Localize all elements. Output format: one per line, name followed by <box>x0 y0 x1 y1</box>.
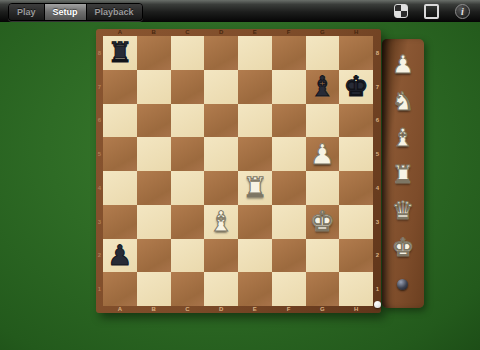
black-pawn[interactable]: ♟ <box>107 239 132 272</box>
white-king[interactable]: ♚ <box>310 205 335 238</box>
square-g2[interactable] <box>306 239 340 273</box>
coordinate-label: D <box>204 306 238 313</box>
square-h3[interactable] <box>339 205 373 239</box>
tray-black-pawn[interactable] <box>397 279 408 290</box>
square-h6[interactable] <box>339 104 373 138</box>
coordinate-label: A <box>103 29 137 36</box>
file-labels-bottom: ABCDEFGH <box>103 306 373 313</box>
square-c8[interactable] <box>171 36 205 70</box>
coordinate-label: 6 <box>96 104 103 138</box>
file-labels-top: ABCDEFGH <box>103 29 373 36</box>
square-d7[interactable] <box>204 70 238 104</box>
square-b8[interactable] <box>137 36 171 70</box>
toolbar-icons: i <box>394 0 470 22</box>
square-f2[interactable] <box>272 239 306 273</box>
square-b5[interactable] <box>137 137 171 171</box>
rank-labels-right: 87654321 <box>374 36 381 306</box>
coordinate-label: 2 <box>96 239 103 273</box>
coordinate-label: C <box>171 306 205 313</box>
square-f3[interactable] <box>272 205 306 239</box>
coordinate-label: 6 <box>374 104 381 138</box>
square-e6[interactable] <box>238 104 272 138</box>
tray-white-knight[interactable]: ♞ <box>382 84 424 120</box>
square-a2[interactable]: ♟ <box>103 239 137 273</box>
square-icon[interactable] <box>424 4 439 19</box>
white-pawn[interactable]: ♟ <box>310 138 335 171</box>
coordinate-label: 8 <box>374 36 381 70</box>
black-rook[interactable]: ♜ <box>107 36 132 69</box>
coordinate-label: 2 <box>374 239 381 273</box>
coordinate-label: B <box>137 29 171 36</box>
white-bishop[interactable]: ♝ <box>209 205 234 238</box>
coordinate-label: 5 <box>374 137 381 171</box>
coordinate-label: B <box>137 306 171 313</box>
rank-labels-left: 87654321 <box>96 36 103 306</box>
square-d2[interactable] <box>204 239 238 273</box>
square-c7[interactable] <box>171 70 205 104</box>
tray-white-queen[interactable]: ♛ <box>382 193 424 229</box>
square-f8[interactable] <box>272 36 306 70</box>
square-c4[interactable] <box>171 171 205 205</box>
coordinate-label: 7 <box>96 70 103 104</box>
coordinate-label: 3 <box>374 205 381 239</box>
square-c6[interactable] <box>171 104 205 138</box>
tray-white-rook[interactable]: ♜ <box>382 157 424 193</box>
square-b7[interactable] <box>137 70 171 104</box>
square-h8[interactable] <box>339 36 373 70</box>
board-grid: ♜♝♚♟♜♝♚♟ <box>103 36 373 306</box>
square-f5[interactable] <box>272 137 306 171</box>
square-c1[interactable] <box>171 272 205 306</box>
coordinate-label: H <box>339 306 373 313</box>
square-a5[interactable] <box>103 137 137 171</box>
square-c2[interactable] <box>171 239 205 273</box>
coordinate-label: 4 <box>374 171 381 205</box>
square-g1[interactable] <box>306 272 340 306</box>
tray-white-bishop[interactable]: ♝ <box>382 120 424 156</box>
square-e5[interactable] <box>238 137 272 171</box>
coordinate-label: G <box>306 29 340 36</box>
square-d3[interactable]: ♝ <box>204 205 238 239</box>
square-g5[interactable]: ♟ <box>306 137 340 171</box>
square-e1[interactable] <box>238 272 272 306</box>
square-d6[interactable] <box>204 104 238 138</box>
square-b1[interactable] <box>137 272 171 306</box>
square-b4[interactable] <box>137 171 171 205</box>
square-g3[interactable]: ♚ <box>306 205 340 239</box>
coordinate-label: D <box>204 29 238 36</box>
info-icon[interactable]: i <box>455 4 470 19</box>
black-bishop[interactable]: ♝ <box>310 70 335 103</box>
square-a3[interactable] <box>103 205 137 239</box>
coordinate-label: G <box>306 306 340 313</box>
square-e8[interactable] <box>238 36 272 70</box>
square-b2[interactable] <box>137 239 171 273</box>
coordinate-label: 5 <box>96 137 103 171</box>
board-icon[interactable] <box>394 4 408 18</box>
coordinate-label: E <box>238 306 272 313</box>
square-a8[interactable]: ♜ <box>103 36 137 70</box>
tab-setup[interactable]: Setup <box>44 4 86 20</box>
square-b3[interactable] <box>137 205 171 239</box>
board-corner-dot <box>374 301 381 308</box>
square-e2[interactable] <box>238 239 272 273</box>
square-h1[interactable] <box>339 272 373 306</box>
coordinate-label: H <box>339 29 373 36</box>
square-e4[interactable]: ♜ <box>238 171 272 205</box>
square-h7[interactable]: ♚ <box>339 70 373 104</box>
coordinate-label: F <box>272 29 306 36</box>
square-g7[interactable]: ♝ <box>306 70 340 104</box>
square-e3[interactable] <box>238 205 272 239</box>
top-toolbar: Play Setup Playback i <box>0 0 480 22</box>
square-c5[interactable] <box>171 137 205 171</box>
coordinate-label: 4 <box>96 171 103 205</box>
black-king[interactable]: ♚ <box>344 70 369 103</box>
square-d5[interactable] <box>204 137 238 171</box>
tray-white-king[interactable]: ♚ <box>382 230 424 266</box>
square-a7[interactable] <box>103 70 137 104</box>
square-d8[interactable] <box>204 36 238 70</box>
square-g6[interactable] <box>306 104 340 138</box>
square-d1[interactable] <box>204 272 238 306</box>
tab-play[interactable]: Play <box>9 4 44 20</box>
coordinate-label: E <box>238 29 272 36</box>
square-f1[interactable] <box>272 272 306 306</box>
coordinate-label: 7 <box>374 70 381 104</box>
square-h2[interactable] <box>339 239 373 273</box>
piece-tray: ♟♞♝♜♛♚ <box>382 39 424 308</box>
square-g8[interactable] <box>306 36 340 70</box>
chess-board: ABCDEFGH ABCDEFGH 87654321 87654321 ♜♝♚♟… <box>96 29 381 313</box>
coordinate-label: C <box>171 29 205 36</box>
square-a1[interactable] <box>103 272 137 306</box>
tab-playback[interactable]: Playback <box>86 4 142 20</box>
coordinate-label: 1 <box>96 272 103 306</box>
square-d4[interactable] <box>204 171 238 205</box>
square-f4[interactable] <box>272 171 306 205</box>
coordinate-label: F <box>272 306 306 313</box>
tray-white-pawn[interactable]: ♟ <box>382 47 424 83</box>
square-c3[interactable] <box>171 205 205 239</box>
coordinate-label: A <box>103 306 137 313</box>
square-f7[interactable] <box>272 70 306 104</box>
square-a6[interactable] <box>103 104 137 138</box>
square-g4[interactable] <box>306 171 340 205</box>
white-rook[interactable]: ♜ <box>242 171 267 204</box>
coordinate-label: 3 <box>96 205 103 239</box>
square-b6[interactable] <box>137 104 171 138</box>
coordinate-label: 8 <box>96 36 103 70</box>
square-a4[interactable] <box>103 171 137 205</box>
mode-segmented-control: Play Setup Playback <box>8 3 143 21</box>
square-e7[interactable] <box>238 70 272 104</box>
square-h4[interactable] <box>339 171 373 205</box>
square-h5[interactable] <box>339 137 373 171</box>
square-f6[interactable] <box>272 104 306 138</box>
